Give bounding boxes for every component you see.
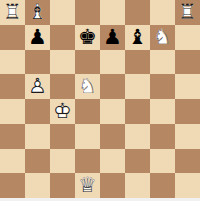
piece-outline-glyph: ♘ [150, 25, 175, 50]
square-c5[interactable] [50, 74, 75, 99]
black-king[interactable]: ♚ [75, 25, 100, 50]
square-g7[interactable]: ♞♘ [150, 25, 175, 50]
black-pawn[interactable]: ♟ [100, 25, 125, 50]
piece-outline-glyph: ♖ [175, 0, 200, 25]
square-h6[interactable] [175, 50, 200, 75]
square-b7[interactable]: ♟ [25, 25, 50, 50]
square-e8[interactable] [100, 0, 125, 25]
square-f5[interactable] [125, 74, 150, 99]
square-a8[interactable]: ♜♖ [0, 0, 25, 25]
square-f1[interactable] [125, 173, 150, 198]
piece-outline-glyph: ♘ [75, 74, 100, 99]
chess-board: ♜♖♝♗♜♖♟♚♟♝♞♘♟♙♞♘♚♔♛♕ [0, 0, 200, 198]
square-h7[interactable] [175, 25, 200, 50]
square-f2[interactable] [125, 149, 150, 174]
piece-glyph: ♟ [100, 25, 125, 50]
piece-outline-glyph: ♗ [25, 0, 50, 25]
piece-outline-glyph: ♙ [25, 74, 50, 99]
square-c2[interactable] [50, 149, 75, 174]
piece-outline-glyph: ♔ [50, 99, 75, 124]
board-bottom-margin [0, 198, 200, 201]
square-d1[interactable]: ♛♕ [75, 173, 100, 198]
square-a7[interactable] [0, 25, 25, 50]
square-g5[interactable] [150, 74, 175, 99]
square-f6[interactable] [125, 50, 150, 75]
white-queen[interactable]: ♛♕ [75, 173, 100, 198]
piece-glyph: ♚ [75, 25, 100, 50]
square-b6[interactable] [25, 50, 50, 75]
square-c8[interactable] [50, 0, 75, 25]
square-h1[interactable] [175, 173, 200, 198]
square-d4[interactable] [75, 99, 100, 124]
white-king[interactable]: ♚♔ [50, 99, 75, 124]
square-c7[interactable] [50, 25, 75, 50]
square-e3[interactable] [100, 124, 125, 149]
square-h5[interactable] [175, 74, 200, 99]
square-e6[interactable] [100, 50, 125, 75]
square-a4[interactable] [0, 99, 25, 124]
square-d8[interactable] [75, 0, 100, 25]
square-h8[interactable]: ♜♖ [175, 0, 200, 25]
square-e4[interactable] [100, 99, 125, 124]
square-a1[interactable] [0, 173, 25, 198]
square-d3[interactable] [75, 124, 100, 149]
white-knight[interactable]: ♞♘ [75, 74, 100, 99]
square-g4[interactable] [150, 99, 175, 124]
square-d7[interactable]: ♚ [75, 25, 100, 50]
white-pawn[interactable]: ♟♙ [25, 74, 50, 99]
square-a2[interactable] [0, 149, 25, 174]
square-b5[interactable]: ♟♙ [25, 74, 50, 99]
square-g2[interactable] [150, 149, 175, 174]
square-f3[interactable] [125, 124, 150, 149]
square-b8[interactable]: ♝♗ [25, 0, 50, 25]
square-h2[interactable] [175, 149, 200, 174]
square-b4[interactable] [25, 99, 50, 124]
square-c1[interactable] [50, 173, 75, 198]
white-rook[interactable]: ♜♖ [0, 0, 25, 25]
square-e7[interactable]: ♟ [100, 25, 125, 50]
white-bishop[interactable]: ♝♗ [25, 0, 50, 25]
black-bishop[interactable]: ♝ [125, 25, 150, 50]
square-a6[interactable] [0, 50, 25, 75]
piece-glyph: ♝ [125, 25, 150, 50]
square-h3[interactable] [175, 124, 200, 149]
square-e5[interactable] [100, 74, 125, 99]
square-g6[interactable] [150, 50, 175, 75]
square-g3[interactable] [150, 124, 175, 149]
square-b2[interactable] [25, 149, 50, 174]
square-f4[interactable] [125, 99, 150, 124]
piece-glyph: ♟ [25, 25, 50, 50]
square-a3[interactable] [0, 124, 25, 149]
square-d6[interactable] [75, 50, 100, 75]
square-a5[interactable] [0, 74, 25, 99]
square-g8[interactable] [150, 0, 175, 25]
square-f8[interactable] [125, 0, 150, 25]
square-b3[interactable] [25, 124, 50, 149]
square-c6[interactable] [50, 50, 75, 75]
square-b1[interactable] [25, 173, 50, 198]
square-f7[interactable]: ♝ [125, 25, 150, 50]
black-pawn[interactable]: ♟ [25, 25, 50, 50]
piece-outline-glyph: ♖ [0, 0, 25, 25]
square-c3[interactable] [50, 124, 75, 149]
square-g1[interactable] [150, 173, 175, 198]
white-knight[interactable]: ♞♘ [150, 25, 175, 50]
square-h4[interactable] [175, 99, 200, 124]
chessboard-screenshot: ♜♖♝♗♜♖♟♚♟♝♞♘♟♙♞♘♚♔♛♕ [0, 0, 200, 201]
piece-outline-glyph: ♕ [75, 173, 100, 198]
square-e1[interactable] [100, 173, 125, 198]
white-rook[interactable]: ♜♖ [175, 0, 200, 25]
square-d5[interactable]: ♞♘ [75, 74, 100, 99]
square-c4[interactable]: ♚♔ [50, 99, 75, 124]
square-d2[interactable] [75, 149, 100, 174]
square-e2[interactable] [100, 149, 125, 174]
